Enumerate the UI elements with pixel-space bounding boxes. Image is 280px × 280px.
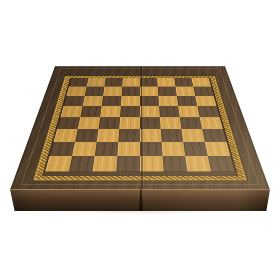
board-square-e2 [140, 142, 163, 156]
board-square-f1 [163, 156, 188, 171]
board-square-b6 [83, 96, 104, 106]
board-square-e8 [140, 78, 158, 87]
board-square-a4 [57, 117, 80, 129]
board-square-b1 [69, 156, 95, 171]
board-square-c5 [100, 106, 121, 117]
board-square-c7 [103, 87, 122, 96]
board-square-e5 [140, 106, 160, 117]
board-top-surface [10, 66, 270, 190]
board-square-a1 [45, 156, 72, 171]
product-photo [0, 0, 280, 280]
board-square-h6 [195, 96, 216, 106]
board-square-b2 [72, 142, 97, 156]
board-square-d4 [119, 117, 140, 129]
board-square-e7 [140, 87, 158, 96]
board-square-c8 [104, 78, 122, 87]
chess-board [45, 78, 235, 172]
board-square-g7 [176, 87, 196, 96]
board-square-a6 [63, 96, 84, 106]
board-square-b4 [78, 117, 100, 129]
board-square-a8 [69, 78, 89, 87]
board-square-f5 [159, 106, 180, 117]
board-square-d1 [116, 156, 140, 171]
board-square-e6 [140, 96, 159, 106]
board-square-a3 [53, 129, 77, 142]
board-square-g3 [181, 129, 204, 142]
board-square-f8 [157, 78, 175, 87]
board-square-h7 [193, 87, 213, 96]
board-square-h4 [200, 117, 223, 129]
board-square-e4 [140, 117, 161, 129]
board-square-d6 [121, 96, 140, 106]
board-square-d2 [117, 142, 140, 156]
board-square-g2 [183, 142, 208, 156]
board-square-f4 [160, 117, 182, 129]
board-square-a2 [50, 142, 76, 156]
board-square-b7 [85, 87, 105, 96]
board-square-h3 [202, 129, 226, 142]
board-square-g8 [174, 78, 193, 87]
board-square-c4 [99, 117, 121, 129]
board-square-f7 [158, 87, 177, 96]
board-square-c6 [102, 96, 122, 106]
board-square-d7 [122, 87, 140, 96]
board-square-e3 [140, 129, 162, 142]
board-square-a5 [60, 106, 82, 117]
board-square-h2 [205, 142, 231, 156]
board-square-h1 [208, 156, 235, 171]
board-square-e1 [140, 156, 164, 171]
board-square-g4 [180, 117, 202, 129]
board-square-g1 [185, 156, 211, 171]
board-square-h5 [197, 106, 219, 117]
board-square-f2 [162, 142, 186, 156]
board-square-c1 [93, 156, 118, 171]
board-square-c2 [95, 142, 119, 156]
board-square-d5 [120, 106, 140, 117]
board-square-b5 [80, 106, 101, 117]
board-square-d8 [122, 78, 140, 87]
board-square-f6 [158, 96, 178, 106]
board-square-a7 [66, 87, 86, 96]
board-square-d3 [118, 129, 140, 142]
board-square-h8 [191, 78, 211, 87]
board-square-g6 [177, 96, 198, 106]
board-square-f3 [161, 129, 184, 142]
board-square-c3 [97, 129, 120, 142]
board-square-b8 [87, 78, 106, 87]
board-square-g5 [178, 106, 199, 117]
board-square-b3 [75, 129, 98, 142]
